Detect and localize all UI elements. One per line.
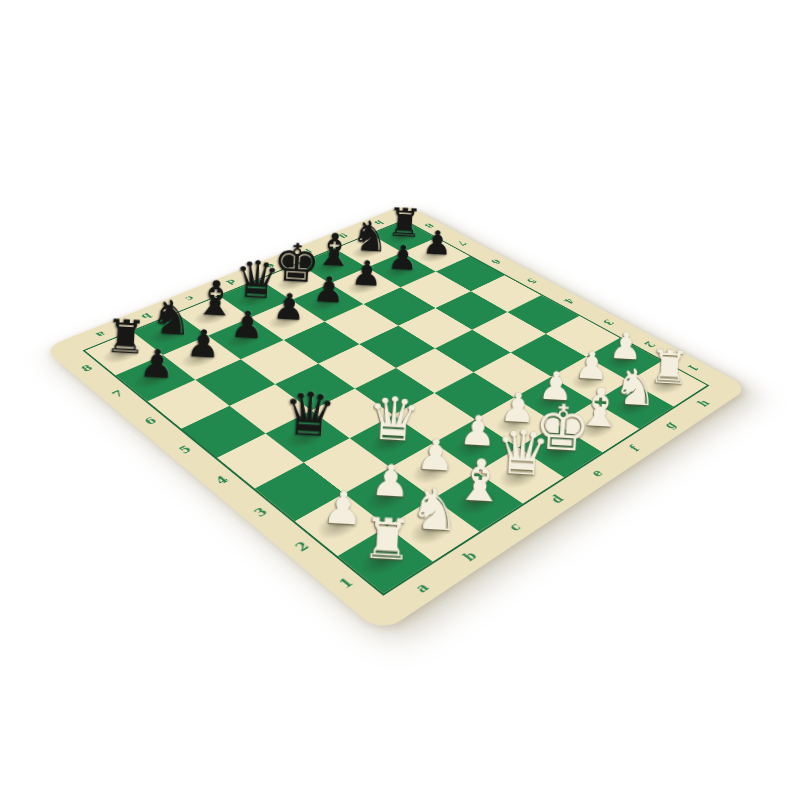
product-photo-scene: ♜♞♝♛♚♝♞♜♟♟♟♟♟♟♟♟♛♛♟♟♟♟♟♟♟♟♜♞♝♛♚♝♞♜ abcde… [0, 0, 800, 800]
black-pawn-c7[interactable]: ♟ [229, 305, 264, 344]
chess-mat: ♜♞♝♛♚♝♞♜♟♟♟♟♟♟♟♟♛♛♟♟♟♟♟♟♟♟♜♞♝♛♚♝♞♜ abcde… [43, 204, 749, 633]
board-lean-wrapper: ♜♞♝♛♚♝♞♜♟♟♟♟♟♟♟♟♛♛♟♟♟♟♟♟♟♟♜♞♝♛♚♝♞♜ abcde… [132, 104, 659, 631]
black-pawn-b7[interactable]: ♟ [185, 324, 221, 364]
square-g4[interactable] [472, 312, 546, 353]
board-grid: ♜♞♝♛♚♝♞♜♟♟♟♟♟♟♟♟♛♛♟♟♟♟♟♟♟♟♜♞♝♛♚♝♞♜ [83, 220, 710, 596]
